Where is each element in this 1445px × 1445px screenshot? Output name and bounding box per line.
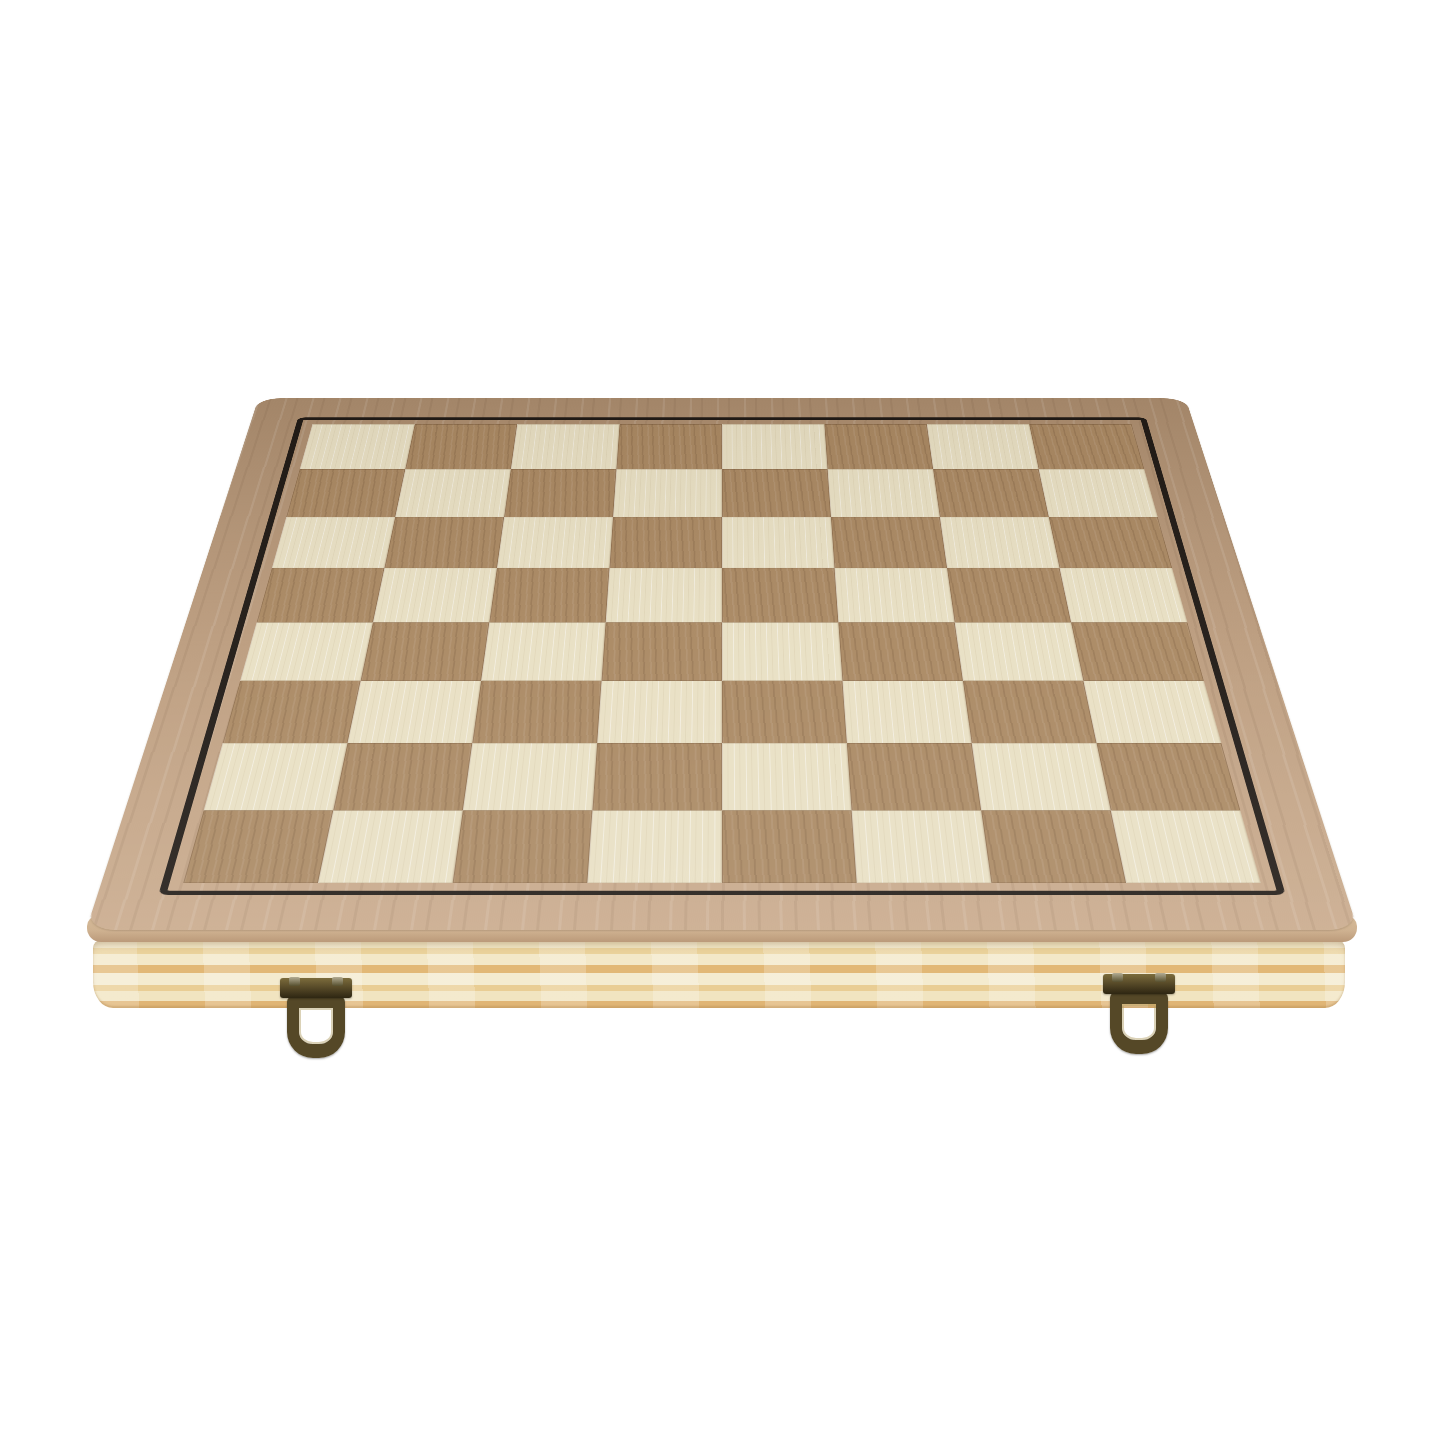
square-e3[interactable] [722, 681, 847, 744]
square-b3[interactable] [347, 681, 481, 744]
square-g7[interactable] [933, 469, 1049, 517]
square-f4[interactable] [838, 622, 963, 680]
square-b8[interactable] [405, 424, 517, 469]
square-e6[interactable] [722, 517, 835, 568]
square-g1[interactable] [981, 810, 1126, 883]
chess-board [86, 398, 1358, 930]
square-f6[interactable] [831, 517, 947, 568]
product-photo-stage [0, 0, 1445, 1445]
square-e8[interactable] [722, 424, 828, 469]
square-g2[interactable] [972, 743, 1111, 810]
square-b5[interactable] [373, 568, 497, 622]
square-a7[interactable] [286, 469, 405, 517]
square-c6[interactable] [497, 517, 613, 568]
square-f1[interactable] [852, 810, 992, 883]
square-g4[interactable] [955, 622, 1084, 680]
square-e4[interactable] [722, 622, 842, 680]
square-a2[interactable] [204, 743, 348, 810]
square-d2[interactable] [592, 743, 722, 810]
square-g6[interactable] [940, 517, 1060, 568]
latch-left [280, 978, 352, 1058]
latch-right-plate-icon [1103, 974, 1175, 994]
square-c1[interactable] [453, 810, 593, 883]
square-e5[interactable] [722, 568, 838, 622]
square-h3[interactable] [1083, 681, 1221, 744]
square-e2[interactable] [722, 743, 852, 810]
square-g5[interactable] [947, 568, 1071, 622]
latch-right-ring-icon [1110, 992, 1168, 1054]
square-a1[interactable] [183, 810, 333, 883]
square-b1[interactable] [318, 810, 463, 883]
latch-left-ring-icon [287, 996, 345, 1058]
square-c3[interactable] [472, 681, 601, 744]
square-a5[interactable] [257, 568, 385, 622]
square-g3[interactable] [963, 681, 1097, 744]
square-c8[interactable] [511, 424, 620, 469]
square-d1[interactable] [587, 810, 722, 883]
square-h5[interactable] [1060, 568, 1188, 622]
square-e1[interactable] [722, 810, 857, 883]
square-b2[interactable] [333, 743, 472, 810]
square-d4[interactable] [602, 622, 722, 680]
square-f5[interactable] [835, 568, 955, 622]
square-d5[interactable] [606, 568, 722, 622]
square-d3[interactable] [597, 681, 722, 744]
square-g8[interactable] [927, 424, 1039, 469]
square-a8[interactable] [300, 424, 415, 469]
board-grid [183, 424, 1261, 883]
square-f2[interactable] [847, 743, 981, 810]
square-b6[interactable] [384, 517, 504, 568]
square-c2[interactable] [463, 743, 597, 810]
square-f8[interactable] [824, 424, 933, 469]
square-h1[interactable] [1111, 810, 1261, 883]
square-h4[interactable] [1071, 622, 1204, 680]
latch-right [1103, 974, 1175, 1054]
square-d7[interactable] [613, 469, 722, 517]
latch-left-plate-icon [280, 978, 352, 998]
square-b4[interactable] [361, 622, 490, 680]
square-d8[interactable] [616, 424, 722, 469]
square-e7[interactable] [722, 469, 831, 517]
latch-right-hinge-knuckle [1112, 973, 1123, 982]
square-h7[interactable] [1039, 469, 1158, 517]
latch-right-hinge-knuckle [1155, 973, 1166, 982]
latch-left-hinge-knuckle [289, 977, 300, 986]
square-a3[interactable] [223, 681, 361, 744]
square-a4[interactable] [240, 622, 373, 680]
pinstripe-border [158, 417, 1286, 895]
square-f3[interactable] [842, 681, 971, 744]
square-c4[interactable] [481, 622, 606, 680]
square-c5[interactable] [489, 568, 609, 622]
square-b7[interactable] [395, 469, 511, 517]
square-h8[interactable] [1029, 424, 1144, 469]
square-d6[interactable] [609, 517, 722, 568]
square-h2[interactable] [1097, 743, 1241, 810]
square-h6[interactable] [1049, 517, 1172, 568]
latch-left-hinge-knuckle [332, 977, 343, 986]
square-a6[interactable] [272, 517, 395, 568]
square-f7[interactable] [828, 469, 940, 517]
square-c7[interactable] [504, 469, 616, 517]
